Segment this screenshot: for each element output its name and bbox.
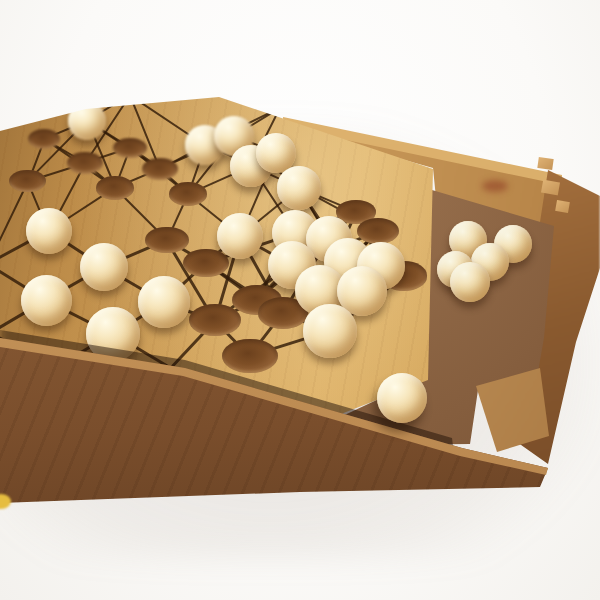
marble[interactable]	[303, 304, 356, 357]
solitaire-box-scene	[0, 0, 600, 600]
groove-line	[0, 180, 29, 264]
board-hole[interactable]	[169, 182, 207, 206]
board-hole[interactable]	[222, 339, 277, 373]
board-hole[interactable]	[142, 158, 178, 180]
board-hole[interactable]	[357, 218, 399, 244]
finger-joint	[541, 180, 560, 196]
marble[interactable]	[217, 213, 264, 260]
marble[interactable]	[26, 208, 72, 254]
board-hole[interactable]	[67, 152, 102, 174]
board-hole[interactable]	[9, 170, 46, 193]
board-hole[interactable]	[96, 176, 134, 199]
marble[interactable]	[277, 166, 320, 209]
marble[interactable]	[138, 276, 189, 327]
marble[interactable]	[80, 243, 129, 292]
board-hole[interactable]	[145, 227, 188, 254]
board-hole[interactable]	[183, 249, 229, 277]
marble[interactable]	[21, 275, 72, 326]
marble[interactable]	[68, 102, 106, 140]
floor-marble[interactable]	[377, 373, 427, 423]
board-hole[interactable]	[113, 138, 147, 159]
lid-slot-notch	[537, 157, 553, 170]
finger-joint	[555, 200, 570, 213]
wood-knot	[482, 180, 508, 192]
board-hole[interactable]	[189, 304, 241, 336]
tray-marble[interactable]	[450, 262, 490, 302]
